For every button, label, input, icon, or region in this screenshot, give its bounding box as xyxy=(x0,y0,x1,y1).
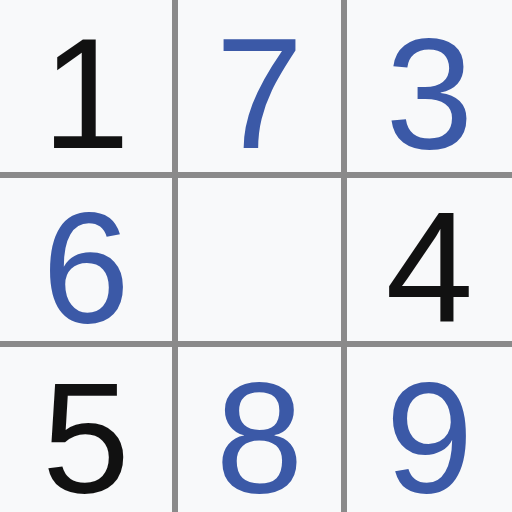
sudoku-cell-r2c2[interactable] xyxy=(178,178,341,341)
sudoku-cell-r1c1[interactable]: 1 xyxy=(0,0,172,172)
cell-digit: 1 xyxy=(42,14,130,172)
cell-digit: 9 xyxy=(386,358,474,512)
cell-digit: 5 xyxy=(42,358,130,512)
cell-digit: 7 xyxy=(216,14,304,172)
sudoku-cell-r1c3[interactable]: 3 xyxy=(347,0,512,172)
sudoku-cell-r3c3[interactable]: 9 xyxy=(347,347,512,512)
sudoku-cell-r1c2[interactable]: 7 xyxy=(178,0,341,172)
cell-digit: 3 xyxy=(386,14,474,172)
sudoku-cell-r3c1[interactable]: 5 xyxy=(0,347,172,512)
cell-digit: 4 xyxy=(386,188,474,346)
cell-digit: 6 xyxy=(42,188,130,346)
sudoku-cell-r2c3[interactable]: 4 xyxy=(347,178,512,341)
sudoku-cell-r3c2[interactable]: 8 xyxy=(178,347,341,512)
sudoku-cell-r2c1[interactable]: 6 xyxy=(0,178,172,341)
sudoku-board: 1 7 3 6 4 5 8 9 xyxy=(0,0,512,512)
cell-digit: 8 xyxy=(216,358,304,512)
